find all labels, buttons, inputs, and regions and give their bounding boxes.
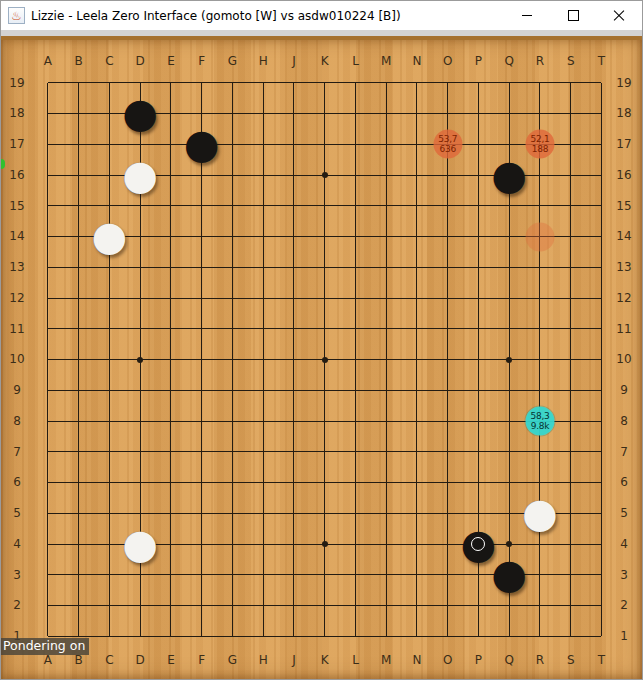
board-intersection[interactable] [463, 498, 494, 529]
board-intersection[interactable] [33, 529, 64, 560]
board-intersection[interactable] [402, 160, 433, 191]
board-intersection[interactable] [94, 252, 125, 283]
board-intersection[interactable] [125, 590, 156, 621]
board-intersection[interactable] [555, 529, 586, 560]
board-intersection[interactable] [525, 68, 556, 99]
board-intersection[interactable] [402, 467, 433, 498]
board-intersection[interactable] [156, 98, 187, 129]
board-intersection[interactable] [186, 375, 217, 406]
board-intersection[interactable] [279, 160, 310, 191]
board-intersection[interactable] [94, 283, 125, 314]
board-intersection[interactable] [63, 283, 94, 314]
board-intersection[interactable] [156, 406, 187, 437]
board-intersection[interactable] [586, 375, 617, 406]
board-intersection[interactable] [432, 98, 463, 129]
board-intersection[interactable] [156, 498, 187, 529]
board-intersection[interactable] [586, 529, 617, 560]
board-intersection[interactable] [463, 590, 494, 621]
board-intersection[interactable] [279, 590, 310, 621]
board-intersection[interactable] [586, 498, 617, 529]
board-intersection[interactable] [125, 498, 156, 529]
board-intersection[interactable] [371, 191, 402, 222]
board-intersection[interactable]: ● [494, 560, 525, 591]
board-intersection[interactable] [402, 344, 433, 375]
board-intersection[interactable] [309, 529, 340, 560]
board-intersection[interactable] [463, 129, 494, 160]
board-intersection[interactable] [217, 621, 248, 652]
board-intersection[interactable] [432, 560, 463, 591]
board-intersection[interactable] [555, 98, 586, 129]
board-intersection[interactable] [340, 621, 371, 652]
board-intersection[interactable] [309, 314, 340, 345]
board-intersection[interactable] [33, 68, 64, 99]
board-intersection[interactable] [340, 344, 371, 375]
board-intersection[interactable] [586, 68, 617, 99]
board-intersection[interactable] [555, 621, 586, 652]
board-intersection[interactable] [248, 98, 279, 129]
board-intersection[interactable] [33, 160, 64, 191]
board-intersection[interactable] [463, 406, 494, 437]
analysis-circle-O17[interactable]: 53,7636 [433, 130, 462, 159]
board-intersection[interactable] [125, 406, 156, 437]
board-intersection[interactable] [586, 252, 617, 283]
board-intersection[interactable] [494, 498, 525, 529]
board-intersection[interactable] [63, 129, 94, 160]
board-intersection[interactable] [525, 252, 556, 283]
board-intersection[interactable] [463, 98, 494, 129]
board-intersection[interactable] [248, 221, 279, 252]
board-intersection[interactable] [402, 191, 433, 222]
board-intersection[interactable] [156, 344, 187, 375]
board-intersection[interactable] [217, 406, 248, 437]
board-intersection[interactable] [402, 529, 433, 560]
board-intersection[interactable] [555, 590, 586, 621]
board-intersection[interactable] [371, 314, 402, 345]
board-intersection[interactable] [248, 437, 279, 468]
board-intersection[interactable] [402, 621, 433, 652]
board-intersection[interactable] [371, 467, 402, 498]
board-intersection[interactable] [248, 560, 279, 591]
board-intersection[interactable] [94, 529, 125, 560]
board-intersection[interactable] [279, 221, 310, 252]
board-intersection[interactable] [402, 314, 433, 345]
board-intersection[interactable] [371, 344, 402, 375]
board-intersection[interactable] [125, 560, 156, 591]
board-intersection[interactable] [432, 160, 463, 191]
board-intersection[interactable] [279, 98, 310, 129]
board-intersection[interactable] [463, 191, 494, 222]
board-intersection[interactable] [279, 406, 310, 437]
board-intersection[interactable]: ● [186, 129, 217, 160]
board-intersection[interactable] [463, 437, 494, 468]
board-intersection[interactable] [463, 467, 494, 498]
board-intersection[interactable] [156, 191, 187, 222]
board-intersection[interactable] [555, 406, 586, 437]
board-intersection[interactable] [555, 344, 586, 375]
analysis-circle-R17[interactable]: 52,1188 [525, 130, 554, 159]
board-intersection[interactable] [494, 252, 525, 283]
board-intersection[interactable] [494, 314, 525, 345]
board-intersection[interactable] [340, 160, 371, 191]
board-intersection[interactable] [340, 283, 371, 314]
board-intersection[interactable] [279, 529, 310, 560]
board-intersection[interactable] [63, 437, 94, 468]
board-intersection[interactable] [248, 160, 279, 191]
board-intersection[interactable] [63, 529, 94, 560]
board-intersection[interactable] [125, 437, 156, 468]
board-intersection[interactable] [463, 252, 494, 283]
board-intersection[interactable] [63, 68, 94, 99]
board-intersection[interactable] [248, 467, 279, 498]
board-intersection[interactable] [217, 160, 248, 191]
board-intersection[interactable] [402, 560, 433, 591]
board-intersection[interactable] [217, 314, 248, 345]
board-intersection[interactable] [340, 529, 371, 560]
board-intersection[interactable] [94, 406, 125, 437]
board-intersection[interactable] [217, 560, 248, 591]
board-intersection[interactable] [432, 437, 463, 468]
board-intersection[interactable] [586, 129, 617, 160]
board-intersection[interactable] [371, 590, 402, 621]
title-bar[interactable]: ♨ Lizzie - Leela Zero Interface (gomoto … [1, 1, 642, 30]
maximize-button[interactable] [550, 1, 596, 30]
board-intersection[interactable] [279, 283, 310, 314]
board-intersection[interactable] [248, 191, 279, 222]
board-intersection[interactable] [63, 590, 94, 621]
board-intersection[interactable] [525, 221, 556, 252]
board-intersection[interactable] [279, 68, 310, 99]
board-intersection[interactable] [432, 314, 463, 345]
board-intersection[interactable] [309, 252, 340, 283]
board-intersection[interactable] [555, 314, 586, 345]
board-intersection[interactable] [555, 160, 586, 191]
board-intersection[interactable] [309, 160, 340, 191]
board-intersection[interactable] [525, 621, 556, 652]
board-intersection[interactable] [555, 252, 586, 283]
board-intersection[interactable] [586, 406, 617, 437]
board-intersection[interactable] [94, 314, 125, 345]
board-intersection[interactable] [33, 283, 64, 314]
board-intersection[interactable] [63, 344, 94, 375]
board-intersection[interactable] [156, 129, 187, 160]
board-intersection[interactable] [463, 283, 494, 314]
board-intersection[interactable] [525, 560, 556, 591]
board-intersection[interactable] [94, 129, 125, 160]
board-intersection[interactable] [63, 252, 94, 283]
board-intersection[interactable]: ● [94, 221, 125, 252]
board-intersection[interactable] [432, 68, 463, 99]
board-intersection[interactable] [279, 375, 310, 406]
board-intersection[interactable] [555, 129, 586, 160]
board-intersection[interactable] [248, 68, 279, 99]
board-intersection[interactable] [156, 314, 187, 345]
board-intersection[interactable] [309, 467, 340, 498]
board-intersection[interactable] [186, 283, 217, 314]
board-intersection[interactable] [525, 314, 556, 345]
board-intersection[interactable] [371, 498, 402, 529]
board-intersection[interactable] [402, 590, 433, 621]
board-intersection[interactable] [371, 160, 402, 191]
board-intersection[interactable] [371, 129, 402, 160]
board-intersection[interactable] [555, 283, 586, 314]
board-intersection[interactable] [402, 406, 433, 437]
board-intersection[interactable] [186, 406, 217, 437]
board-intersection[interactable] [494, 621, 525, 652]
board-intersection[interactable] [371, 68, 402, 99]
board-intersection[interactable] [432, 344, 463, 375]
board-intersection[interactable] [125, 129, 156, 160]
analysis-circle-R8[interactable]: 58,39.8k [525, 407, 554, 436]
board-intersection[interactable] [555, 437, 586, 468]
board-intersection[interactable] [63, 314, 94, 345]
board-intersection[interactable] [494, 467, 525, 498]
board-intersection[interactable] [555, 560, 586, 591]
board-intersection[interactable] [463, 560, 494, 591]
board-intersection[interactable] [186, 191, 217, 222]
board-intersection[interactable] [217, 529, 248, 560]
board-intersection[interactable] [463, 621, 494, 652]
board-intersection[interactable] [586, 621, 617, 652]
board-intersection[interactable] [217, 467, 248, 498]
board-intersection[interactable] [279, 560, 310, 591]
board-intersection[interactable] [340, 191, 371, 222]
board-intersection[interactable] [279, 621, 310, 652]
board-intersection[interactable] [432, 191, 463, 222]
board-intersection[interactable] [217, 68, 248, 99]
board-intersection[interactable] [125, 467, 156, 498]
board-intersection[interactable] [402, 498, 433, 529]
board-intersection[interactable] [340, 406, 371, 437]
board-intersection[interactable] [186, 344, 217, 375]
board-intersection[interactable] [494, 406, 525, 437]
board-intersection[interactable] [309, 621, 340, 652]
board-intersection[interactable] [248, 621, 279, 652]
board-intersection[interactable] [402, 129, 433, 160]
board-intersection[interactable] [371, 252, 402, 283]
board-intersection[interactable] [186, 68, 217, 99]
board-intersection[interactable] [340, 129, 371, 160]
board-intersection[interactable] [186, 437, 217, 468]
board-intersection[interactable] [94, 344, 125, 375]
board-intersection[interactable] [340, 375, 371, 406]
board-intersection[interactable] [586, 191, 617, 222]
board-intersection[interactable] [63, 498, 94, 529]
board-intersection[interactable] [248, 529, 279, 560]
board-intersection[interactable]: ● [463, 529, 494, 560]
board-intersection[interactable] [432, 467, 463, 498]
board-intersection[interactable] [309, 406, 340, 437]
board-intersection[interactable] [494, 68, 525, 99]
board-intersection[interactable] [525, 590, 556, 621]
board-intersection[interactable] [309, 98, 340, 129]
board-intersection[interactable] [248, 283, 279, 314]
board-intersection[interactable] [63, 467, 94, 498]
board-intersection[interactable] [94, 498, 125, 529]
board-intersection[interactable] [156, 160, 187, 191]
board-intersection[interactable] [33, 129, 64, 160]
board-intersection[interactable] [33, 437, 64, 468]
board-intersection[interactable] [402, 221, 433, 252]
board-intersection[interactable] [94, 375, 125, 406]
board-intersection[interactable] [217, 221, 248, 252]
board-intersection[interactable] [125, 375, 156, 406]
board-intersection[interactable] [309, 283, 340, 314]
board-intersection[interactable] [63, 191, 94, 222]
board-intersection[interactable] [463, 221, 494, 252]
board-intersection[interactable] [94, 621, 125, 652]
board-intersection[interactable] [156, 68, 187, 99]
board-intersection[interactable] [494, 283, 525, 314]
board-intersection[interactable] [309, 375, 340, 406]
board-intersection[interactable] [371, 621, 402, 652]
board-intersection[interactable] [186, 467, 217, 498]
board-intersection[interactable] [248, 498, 279, 529]
board-intersection[interactable] [432, 590, 463, 621]
board-intersection[interactable] [525, 437, 556, 468]
board-intersection[interactable] [217, 344, 248, 375]
board-intersection[interactable] [33, 406, 64, 437]
board-intersection[interactable] [125, 68, 156, 99]
board-intersection[interactable] [494, 98, 525, 129]
board-intersection[interactable] [63, 375, 94, 406]
board-intersection[interactable] [525, 98, 556, 129]
board-intersection[interactable] [309, 437, 340, 468]
board-intersection[interactable] [309, 68, 340, 99]
board-intersection[interactable] [371, 283, 402, 314]
board-intersection[interactable] [586, 283, 617, 314]
board-intersection[interactable] [309, 129, 340, 160]
board-intersection[interactable] [94, 590, 125, 621]
board-intersection[interactable] [63, 160, 94, 191]
board-intersection[interactable] [494, 344, 525, 375]
board-intersection[interactable] [156, 560, 187, 591]
board-intersection[interactable] [586, 590, 617, 621]
board-intersection[interactable] [156, 590, 187, 621]
board-intersection[interactable] [248, 375, 279, 406]
board-intersection[interactable] [125, 221, 156, 252]
board-intersection[interactable] [432, 252, 463, 283]
board-intersection[interactable] [156, 529, 187, 560]
board-intersection[interactable] [156, 252, 187, 283]
analysis-circle-R14[interactable] [525, 222, 554, 251]
board-intersection[interactable] [371, 437, 402, 468]
board-intersection[interactable] [33, 560, 64, 591]
board-intersection[interactable] [125, 191, 156, 222]
board-intersection[interactable] [371, 375, 402, 406]
board-intersection[interactable] [186, 590, 217, 621]
board-intersection[interactable] [432, 498, 463, 529]
board-intersection[interactable] [309, 590, 340, 621]
board-intersection[interactable] [186, 98, 217, 129]
board-intersection[interactable] [340, 560, 371, 591]
board-intersection[interactable] [94, 467, 125, 498]
board-intersection[interactable] [402, 252, 433, 283]
board-intersection[interactable] [371, 560, 402, 591]
board-intersection[interactable] [156, 283, 187, 314]
board-intersection[interactable] [33, 590, 64, 621]
board-intersection[interactable] [125, 314, 156, 345]
board-intersection[interactable]: ● [525, 498, 556, 529]
board-intersection[interactable] [63, 406, 94, 437]
board-intersection[interactable] [463, 68, 494, 99]
board-intersection[interactable] [402, 375, 433, 406]
board-intersection[interactable] [33, 467, 64, 498]
board-intersection[interactable] [402, 68, 433, 99]
board-intersection[interactable] [463, 344, 494, 375]
board-intersection[interactable] [279, 498, 310, 529]
board-intersection[interactable] [371, 406, 402, 437]
board-intersection[interactable] [586, 160, 617, 191]
board-intersection[interactable]: 58,39.8k [525, 406, 556, 437]
board-intersection[interactable] [309, 560, 340, 591]
board-intersection[interactable] [309, 498, 340, 529]
board-intersection[interactable] [309, 344, 340, 375]
close-button[interactable] [596, 1, 642, 30]
board-intersection[interactable] [555, 498, 586, 529]
board-intersection[interactable] [463, 375, 494, 406]
board-intersection[interactable] [279, 129, 310, 160]
board-intersection[interactable]: ● [125, 98, 156, 129]
board-intersection[interactable] [463, 160, 494, 191]
board-intersection[interactable] [217, 98, 248, 129]
board-intersection[interactable] [494, 590, 525, 621]
board-intersection[interactable]: 53,7636 [432, 129, 463, 160]
board-intersection[interactable] [33, 314, 64, 345]
board-intersection[interactable] [340, 252, 371, 283]
board-intersection[interactable] [494, 221, 525, 252]
board-intersection[interactable] [279, 467, 310, 498]
board-intersection[interactable] [525, 375, 556, 406]
board-intersection[interactable] [525, 529, 556, 560]
board-intersection[interactable] [33, 221, 64, 252]
board-intersection[interactable]: ● [494, 160, 525, 191]
board-intersection[interactable] [340, 314, 371, 345]
board-intersection[interactable] [156, 221, 187, 252]
board-intersection[interactable] [525, 344, 556, 375]
board-intersection[interactable] [340, 98, 371, 129]
board-intersection[interactable] [217, 252, 248, 283]
board-intersection[interactable] [186, 498, 217, 529]
board-intersection[interactable] [217, 590, 248, 621]
board-intersection[interactable] [586, 221, 617, 252]
board-intersection[interactable] [432, 529, 463, 560]
board-intersection[interactable] [494, 375, 525, 406]
board-intersection[interactable] [494, 529, 525, 560]
board-intersection[interactable] [248, 129, 279, 160]
board-intersection[interactable] [279, 314, 310, 345]
board-intersection[interactable] [94, 560, 125, 591]
board-intersection[interactable] [156, 375, 187, 406]
board-intersection[interactable] [586, 467, 617, 498]
board-intersection[interactable] [340, 498, 371, 529]
board-intersection[interactable] [525, 283, 556, 314]
board-intersection[interactable] [156, 621, 187, 652]
board-intersection[interactable] [555, 68, 586, 99]
board-intersection[interactable] [186, 221, 217, 252]
board-intersection[interactable] [63, 98, 94, 129]
board-intersection[interactable] [525, 160, 556, 191]
board-intersection[interactable]: ● [125, 160, 156, 191]
board-intersection[interactable] [432, 283, 463, 314]
board-intersection[interactable] [125, 252, 156, 283]
board-intersection[interactable] [33, 191, 64, 222]
board-intersection[interactable] [248, 344, 279, 375]
board-intersection[interactable] [432, 406, 463, 437]
board-intersection[interactable] [33, 498, 64, 529]
board-intersection[interactable] [309, 221, 340, 252]
board-intersection[interactable] [555, 375, 586, 406]
board-intersection[interactable] [555, 191, 586, 222]
